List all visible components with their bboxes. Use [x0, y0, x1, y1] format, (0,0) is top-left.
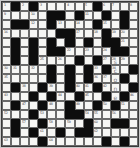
- black-cell: [75, 11, 84, 20]
- white-cell[interactable]: [38, 74, 47, 83]
- black-cell: [129, 83, 138, 92]
- clue-number: 21: [121, 39, 125, 42]
- clue-number: 47: [22, 102, 26, 105]
- white-cell[interactable]: [75, 74, 84, 83]
- white-cell[interactable]: 34c: [111, 65, 120, 74]
- white-cell[interactable]: 13: [56, 20, 65, 29]
- white-cell[interactable]: [65, 137, 74, 146]
- white-cell[interactable]: [84, 137, 93, 146]
- clue-number: 19: [112, 30, 116, 33]
- clue-number: 32: [31, 66, 35, 69]
- white-cell[interactable]: 22: [65, 47, 74, 56]
- black-cell: [11, 119, 20, 128]
- white-cell[interactable]: [129, 137, 138, 146]
- filled-letter: c: [112, 67, 119, 74]
- white-cell[interactable]: [120, 2, 129, 11]
- clue-number: 15: [103, 21, 107, 24]
- clue-number: 59: [67, 120, 71, 123]
- black-cell: [56, 128, 65, 137]
- black-cell: [47, 38, 56, 47]
- white-cell[interactable]: 20: [120, 29, 129, 38]
- clue-number: 11: [85, 12, 89, 15]
- white-cell[interactable]: [29, 83, 38, 92]
- white-cell[interactable]: 6: [102, 2, 111, 11]
- white-cell[interactable]: n: [111, 83, 120, 92]
- filled-letter: o: [112, 76, 119, 83]
- black-cell: [56, 11, 65, 20]
- black-cell: [102, 92, 111, 101]
- white-cell[interactable]: 9: [2, 11, 11, 20]
- white-cell[interactable]: 10: [29, 11, 38, 20]
- white-cell[interactable]: 63: [2, 137, 11, 146]
- white-cell[interactable]: [111, 20, 120, 29]
- black-cell: [11, 56, 20, 65]
- white-cell[interactable]: [84, 29, 93, 38]
- white-cell[interactable]: 36: [93, 74, 102, 83]
- white-cell[interactable]: 54: [84, 110, 93, 119]
- white-cell[interactable]: 38: [20, 83, 29, 92]
- clue-number: 35: [4, 75, 8, 78]
- black-cell: [38, 83, 47, 92]
- black-cell: [120, 137, 129, 146]
- black-cell: [102, 137, 111, 146]
- black-cell: [102, 38, 111, 47]
- white-cell[interactable]: [129, 119, 138, 128]
- white-cell[interactable]: [20, 11, 29, 20]
- white-cell[interactable]: [93, 11, 102, 20]
- black-cell: [75, 56, 84, 65]
- white-cell[interactable]: [56, 65, 65, 74]
- white-cell[interactable]: [75, 2, 84, 11]
- white-cell[interactable]: 18: [93, 29, 102, 38]
- white-cell[interactable]: 26: [56, 56, 65, 65]
- white-cell[interactable]: [11, 92, 20, 101]
- white-cell[interactable]: 61: [38, 128, 47, 137]
- black-cell: [75, 128, 84, 137]
- black-cell: [47, 74, 56, 83]
- clue-number: 14: [76, 21, 80, 24]
- black-cell: [93, 20, 102, 29]
- white-cell[interactable]: [75, 65, 84, 74]
- clue-number: 7: [112, 3, 114, 6]
- white-cell[interactable]: 15: [102, 20, 111, 29]
- white-cell[interactable]: [11, 110, 20, 119]
- white-cell[interactable]: [2, 47, 11, 56]
- white-cell[interactable]: 43: [2, 92, 11, 101]
- white-cell[interactable]: [20, 92, 29, 101]
- white-cell[interactable]: 30: [2, 65, 11, 74]
- white-cell[interactable]: 29: [120, 56, 129, 65]
- white-cell[interactable]: 24: [102, 47, 111, 56]
- white-cell[interactable]: 58: [47, 119, 56, 128]
- white-cell[interactable]: [56, 119, 65, 128]
- white-cell[interactable]: 27: [102, 56, 111, 65]
- white-cell[interactable]: [20, 128, 29, 137]
- white-cell[interactable]: [2, 119, 11, 128]
- clue-number: 40: [76, 84, 80, 87]
- white-cell[interactable]: [2, 83, 11, 92]
- white-cell[interactable]: [84, 56, 93, 65]
- black-cell: [120, 11, 129, 20]
- white-cell[interactable]: e: [111, 92, 120, 101]
- white-cell[interactable]: [102, 119, 111, 128]
- crossword-grid: 1234567891011121314151617181920212223242…: [1, 1, 139, 147]
- white-cell[interactable]: 42: [102, 83, 111, 92]
- white-cell[interactable]: 14: [75, 20, 84, 29]
- white-cell[interactable]: 17: [75, 29, 84, 38]
- clue-number: 58: [49, 120, 53, 123]
- clue-number: 9: [4, 12, 6, 15]
- white-cell[interactable]: [129, 110, 138, 119]
- white-cell[interactable]: 7: [111, 2, 120, 11]
- white-cell[interactable]: [120, 65, 129, 74]
- clue-number: 23: [85, 48, 89, 51]
- white-cell[interactable]: 23: [84, 47, 93, 56]
- white-cell[interactable]: 62: [93, 128, 102, 137]
- white-cell[interactable]: 44: [56, 92, 65, 101]
- white-cell[interactable]: 12: [29, 20, 38, 29]
- black-cell: [38, 119, 47, 128]
- black-cell: [11, 101, 20, 110]
- white-cell[interactable]: [129, 101, 138, 110]
- white-cell[interactable]: [38, 92, 47, 101]
- white-cell[interactable]: [120, 128, 129, 137]
- black-cell: [29, 56, 38, 65]
- white-cell[interactable]: [65, 56, 74, 65]
- black-cell: [65, 74, 74, 83]
- white-cell[interactable]: o: [111, 74, 120, 83]
- filled-letter: s: [112, 58, 119, 65]
- white-cell[interactable]: [129, 56, 138, 65]
- clue-number: 5: [85, 3, 87, 6]
- white-cell[interactable]: [20, 47, 29, 56]
- black-cell: [65, 38, 74, 47]
- white-cell[interactable]: 49: [75, 101, 84, 110]
- white-cell[interactable]: [38, 20, 47, 29]
- white-cell[interactable]: [111, 137, 120, 146]
- white-cell[interactable]: [47, 110, 56, 119]
- clue-number: 55: [94, 111, 98, 114]
- white-cell[interactable]: 64: [47, 137, 56, 146]
- white-cell[interactable]: 32: [29, 65, 38, 74]
- clue-number: 61: [40, 129, 44, 132]
- white-cell[interactable]: [93, 47, 102, 56]
- black-cell: [93, 101, 102, 110]
- white-cell[interactable]: 45: [84, 92, 93, 101]
- white-cell[interactable]: [65, 92, 74, 101]
- white-cell[interactable]: [65, 11, 74, 20]
- clue-number: 18: [94, 30, 98, 33]
- clue-number: 37: [103, 75, 107, 78]
- clue-number: 33: [94, 66, 98, 69]
- clue-number: 38: [22, 84, 26, 87]
- black-cell: [84, 65, 93, 74]
- white-cell[interactable]: [120, 110, 129, 119]
- white-cell[interactable]: [11, 137, 20, 146]
- white-cell[interactable]: 55: [93, 110, 102, 119]
- white-cell[interactable]: 53: [38, 110, 47, 119]
- black-cell: [120, 119, 129, 128]
- white-cell[interactable]: 59: [65, 119, 74, 128]
- white-cell[interactable]: 16: [2, 29, 11, 38]
- black-cell: [111, 47, 120, 56]
- clue-number: 63: [4, 138, 8, 141]
- white-cell[interactable]: [56, 74, 65, 83]
- white-cell[interactable]: [47, 128, 56, 137]
- white-cell[interactable]: [56, 110, 65, 119]
- black-cell: [120, 47, 129, 56]
- clue-number: 3: [40, 3, 42, 6]
- clue-number: 12: [31, 21, 35, 24]
- black-cell: [65, 29, 74, 38]
- black-cell: [56, 47, 65, 56]
- white-cell[interactable]: 28s: [111, 56, 120, 65]
- white-cell[interactable]: 48: [47, 101, 56, 110]
- clue-number: 20: [121, 30, 125, 33]
- white-cell[interactable]: [2, 101, 11, 110]
- clue-number: 13: [58, 21, 62, 24]
- white-cell[interactable]: [111, 128, 120, 137]
- white-cell[interactable]: [102, 110, 111, 119]
- white-cell[interactable]: [75, 119, 84, 128]
- white-cell[interactable]: [129, 29, 138, 38]
- black-cell: [102, 29, 111, 38]
- clue-number: 16: [4, 30, 8, 33]
- clue-number: 22: [67, 48, 71, 51]
- white-cell[interactable]: [11, 11, 20, 20]
- white-cell[interactable]: [129, 20, 138, 29]
- white-cell[interactable]: 60: [93, 119, 102, 128]
- white-cell[interactable]: [29, 29, 38, 38]
- black-cell: [84, 128, 93, 137]
- black-cell: [47, 47, 56, 56]
- white-cell[interactable]: [2, 20, 11, 29]
- white-cell[interactable]: [129, 74, 138, 83]
- clue-number: 44: [58, 93, 62, 96]
- clue-number: 48: [49, 102, 53, 105]
- white-cell[interactable]: 50: [102, 101, 111, 110]
- white-cell[interactable]: 41: [84, 83, 93, 92]
- black-cell: [11, 128, 20, 137]
- white-cell[interactable]: [56, 101, 65, 110]
- white-cell[interactable]: 47: [20, 101, 29, 110]
- white-cell[interactable]: 11: [84, 11, 93, 20]
- black-cell: [84, 74, 93, 83]
- clue-number: 10: [31, 12, 35, 15]
- black-cell: [111, 38, 120, 47]
- black-cell: [29, 128, 38, 137]
- white-cell[interactable]: [20, 56, 29, 65]
- clue-number: 25: [40, 57, 44, 60]
- black-cell: [111, 119, 120, 128]
- black-cell: [20, 20, 29, 29]
- black-cell: [65, 65, 74, 74]
- black-cell: [93, 56, 102, 65]
- white-cell[interactable]: 46: [129, 92, 138, 101]
- white-cell[interactable]: [56, 137, 65, 146]
- white-cell[interactable]: 19: [111, 29, 120, 38]
- clue-number: 46: [130, 93, 134, 96]
- black-cell: [47, 11, 56, 20]
- white-cell[interactable]: [129, 128, 138, 137]
- black-cell: [84, 38, 93, 47]
- white-cell[interactable]: 5: [84, 2, 93, 11]
- white-cell[interactable]: [20, 29, 29, 38]
- white-cell[interactable]: [29, 74, 38, 83]
- black-cell: [75, 92, 84, 101]
- white-cell[interactable]: [56, 83, 65, 92]
- white-cell[interactable]: 4: [65, 2, 74, 11]
- black-cell: [29, 38, 38, 47]
- clue-number: 56: [112, 111, 116, 114]
- filled-letter: e: [112, 94, 119, 101]
- clue-number: 43: [4, 93, 8, 96]
- white-cell[interactable]: [75, 38, 84, 47]
- white-cell[interactable]: [47, 2, 56, 11]
- clue-number: 30: [4, 66, 8, 69]
- white-cell[interactable]: [120, 83, 129, 92]
- clue-number: 57: [22, 120, 26, 123]
- white-cell[interactable]: [20, 110, 29, 119]
- white-cell[interactable]: [102, 128, 111, 137]
- white-cell[interactable]: 52: [2, 110, 11, 119]
- black-cell: [120, 74, 129, 83]
- clue-number: 62: [94, 129, 98, 132]
- black-cell: [65, 101, 74, 110]
- white-cell[interactable]: [75, 47, 84, 56]
- clue-number: 36: [94, 75, 98, 78]
- white-cell[interactable]: [38, 29, 47, 38]
- black-cell: [11, 47, 20, 56]
- clue-number: 51: [121, 102, 125, 105]
- black-cell: [47, 65, 56, 74]
- white-cell[interactable]: [29, 119, 38, 128]
- clue-number: 31: [13, 66, 17, 69]
- white-cell[interactable]: [20, 74, 29, 83]
- white-cell[interactable]: [2, 128, 11, 137]
- black-cell: [29, 2, 38, 11]
- white-cell[interactable]: 1: [2, 2, 11, 11]
- white-cell[interactable]: [2, 56, 11, 65]
- white-cell[interactable]: [29, 137, 38, 146]
- black-cell: [93, 83, 102, 92]
- clue-number: 1: [4, 3, 6, 6]
- white-cell[interactable]: [56, 2, 65, 11]
- black-cell: [65, 110, 74, 119]
- black-cell: [38, 101, 47, 110]
- white-cell[interactable]: [38, 38, 47, 47]
- white-cell[interactable]: [56, 38, 65, 47]
- clue-number: 49: [76, 102, 80, 105]
- black-cell: [11, 38, 20, 47]
- white-cell[interactable]: 2: [20, 2, 29, 11]
- black-cell: [120, 20, 129, 29]
- white-cell[interactable]: [20, 65, 29, 74]
- clue-number: 64: [49, 138, 53, 141]
- black-cell: [29, 110, 38, 119]
- white-cell[interactable]: [93, 92, 102, 101]
- white-cell[interactable]: 31: [11, 65, 20, 74]
- clue-number: 8: [130, 3, 132, 6]
- black-cell: [38, 137, 47, 146]
- white-cell[interactable]: [93, 137, 102, 146]
- white-cell[interactable]: 3: [38, 2, 47, 11]
- clue-number: 27: [103, 57, 107, 60]
- white-cell[interactable]: [84, 20, 93, 29]
- white-cell[interactable]: 56: [111, 110, 120, 119]
- black-cell: [11, 20, 20, 29]
- black-cell: [11, 83, 20, 92]
- white-cell[interactable]: 51: [120, 101, 129, 110]
- clue-number: 50: [103, 102, 107, 105]
- white-cell[interactable]: [129, 38, 138, 47]
- white-cell[interactable]: [93, 38, 102, 47]
- white-cell[interactable]: 21: [120, 38, 129, 47]
- black-cell: [120, 92, 129, 101]
- white-cell[interactable]: 40: [75, 83, 84, 92]
- white-cell[interactable]: [2, 38, 11, 47]
- white-cell[interactable]: 33: [93, 65, 102, 74]
- white-cell[interactable]: 8: [129, 2, 138, 11]
- clue-number: 2: [22, 3, 24, 6]
- clue-number: 52: [4, 111, 8, 114]
- black-cell: [29, 47, 38, 56]
- clue-number: 39: [49, 84, 53, 87]
- crossword-scan: 1234567891011121314151617181920212223242…: [0, 0, 140, 148]
- clue-number: 24: [103, 48, 107, 51]
- white-cell[interactable]: [65, 20, 74, 29]
- clue-number: 26: [58, 57, 62, 60]
- filled-letter: n: [112, 85, 119, 92]
- clue-number: 41: [85, 84, 89, 87]
- white-cell[interactable]: 35: [2, 74, 11, 83]
- black-cell: [11, 2, 20, 11]
- clue-number: 42: [103, 84, 107, 87]
- white-cell[interactable]: [38, 65, 47, 74]
- white-cell[interactable]: [20, 38, 29, 47]
- white-cell[interactable]: [129, 47, 138, 56]
- white-cell[interactable]: [38, 11, 47, 20]
- white-cell[interactable]: [38, 47, 47, 56]
- white-cell[interactable]: [111, 11, 120, 20]
- clue-number: 54: [85, 111, 89, 114]
- white-cell[interactable]: [65, 128, 74, 137]
- white-cell[interactable]: [75, 137, 84, 146]
- white-cell[interactable]: 57: [20, 119, 29, 128]
- black-cell: [102, 11, 111, 20]
- white-cell[interactable]: 25: [38, 56, 47, 65]
- white-cell[interactable]: [20, 137, 29, 146]
- white-cell[interactable]: 39: [47, 83, 56, 92]
- clue-number: 60: [94, 120, 98, 123]
- clue-number: 17: [76, 30, 80, 33]
- black-cell: [75, 110, 84, 119]
- black-cell: [47, 20, 56, 29]
- white-cell[interactable]: 37: [102, 74, 111, 83]
- white-cell[interactable]: [47, 56, 56, 65]
- white-cell[interactable]: [47, 29, 56, 38]
- white-cell[interactable]: [84, 101, 93, 110]
- white-cell[interactable]: [129, 11, 138, 20]
- white-cell[interactable]: [11, 74, 20, 83]
- black-cell: [93, 2, 102, 11]
- clue-number: 29: [121, 57, 125, 60]
- white-cell[interactable]: [29, 101, 38, 110]
- black-cell: [84, 119, 93, 128]
- white-cell[interactable]: [11, 29, 20, 38]
- black-cell: [129, 65, 138, 74]
- black-cell: [65, 83, 74, 92]
